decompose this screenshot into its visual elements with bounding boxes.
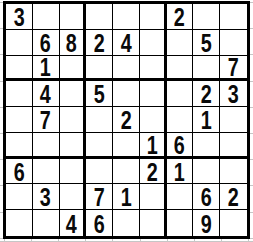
cell-r3c1[interactable] [6,56,33,82]
cell-r4c8[interactable]: 2 [193,81,220,107]
cell-r9c1[interactable] [6,210,33,236]
cell-r7c6[interactable]: 2 [140,159,167,185]
cell-r4c9[interactable]: 3 [220,81,247,107]
spreadsheet-gridline-stub [250,54,253,55]
given-digit: 9 [201,210,212,236]
spreadsheet-gridline-stub [250,28,253,29]
given-digit: 7 [228,56,239,81]
cell-r3c9[interactable]: 7 [220,56,247,82]
cell-r3c2[interactable]: 1 [33,56,60,82]
cell-r8c6[interactable] [140,184,167,210]
cell-r7c5[interactable] [113,159,140,185]
cell-r1c5[interactable] [113,4,140,30]
cell-r8c9[interactable]: 2 [220,184,247,210]
cell-r9c3[interactable]: 4 [60,210,87,236]
cell-r6c1[interactable] [6,133,33,159]
cell-r1c3[interactable] [60,4,87,30]
sudoku-screen: 32682451745237211662137162469 [0,0,253,242]
cell-r8c1[interactable] [6,184,33,210]
cell-r4c1[interactable] [6,81,33,107]
cell-r8c5[interactable]: 1 [113,184,140,210]
cell-r6c7[interactable]: 6 [167,133,194,159]
cell-r8c8[interactable]: 6 [193,184,220,210]
cell-r7c3[interactable] [60,159,87,185]
cell-r8c2[interactable]: 3 [33,184,60,210]
spreadsheet-gridline-stub [250,185,253,186]
cell-r5c2[interactable]: 7 [33,107,60,133]
given-digit: 3 [40,184,51,210]
cell-r7c8[interactable] [193,159,220,185]
given-digit: 1 [146,133,157,158]
given-digit: 4 [40,81,51,107]
given-digit: 2 [201,81,212,107]
cell-r5c8[interactable]: 1 [193,107,220,133]
cell-r2c2[interactable]: 6 [33,30,60,56]
cell-r4c4[interactable]: 5 [86,81,113,107]
cell-r7c2[interactable] [33,159,60,185]
cell-r5c1[interactable] [6,107,33,133]
cell-r3c6[interactable] [140,56,167,82]
cell-r6c8[interactable] [193,133,220,159]
given-digit: 6 [201,184,212,210]
given-digit: 5 [94,81,105,107]
given-digit: 1 [40,56,51,81]
cell-r6c6[interactable]: 1 [140,133,167,159]
given-digit: 3 [13,4,24,30]
cell-r9c9[interactable] [220,210,247,236]
cell-r3c8[interactable] [193,56,220,82]
given-digit: 4 [66,210,77,236]
cell-r2c6[interactable] [140,30,167,56]
cell-r6c9[interactable] [220,133,247,159]
given-digit: 6 [40,30,51,56]
given-digit: 5 [201,30,212,56]
spreadsheet-gridline-stub [250,81,253,82]
cell-r8c4[interactable]: 7 [86,184,113,210]
given-digit: 2 [228,184,239,210]
cell-r2c5[interactable]: 4 [113,30,140,56]
given-digit: 8 [66,30,77,56]
cell-r9c5[interactable] [113,210,140,236]
cell-r1c1[interactable]: 3 [6,4,33,30]
given-digit: 6 [13,159,24,185]
cell-r5c7[interactable] [167,107,194,133]
cell-r9c8[interactable]: 9 [193,210,220,236]
cell-r8c3[interactable] [60,184,87,210]
cell-r4c7[interactable] [167,81,194,107]
cell-r2c9[interactable] [220,30,247,56]
cell-r7c1[interactable]: 6 [6,159,33,185]
cell-r4c2[interactable]: 4 [33,81,60,107]
spreadsheet-gridline-stub [250,159,253,160]
given-digit: 3 [228,81,239,107]
spreadsheet-gridline-stub [250,212,253,213]
cell-r4c3[interactable] [60,81,87,107]
given-digit: 7 [40,107,51,133]
spreadsheet-gridline-stub [250,2,253,3]
cell-r5c6[interactable] [140,107,167,133]
cell-r1c6[interactable] [140,4,167,30]
cell-r2c3[interactable]: 8 [60,30,87,56]
cell-r3c5[interactable] [113,56,140,82]
cell-r1c2[interactable] [33,4,60,30]
cell-r4c6[interactable] [140,81,167,107]
given-digit: 1 [120,184,131,210]
cell-r3c7[interactable] [167,56,194,82]
cell-r5c3[interactable] [60,107,87,133]
given-digit: 2 [94,30,105,56]
cell-r5c5[interactable]: 2 [113,107,140,133]
cell-r9c7[interactable] [167,210,194,236]
given-digit: 1 [174,159,185,185]
cell-r2c7[interactable] [167,30,194,56]
cell-r6c4[interactable] [86,133,113,159]
cell-r3c3[interactable] [60,56,87,82]
cell-r1c9[interactable] [220,4,247,30]
spreadsheet-gridline-stub [250,107,253,108]
spreadsheet-gridline-stub [250,133,253,134]
cell-r7c4[interactable] [86,159,113,185]
cell-r9c6[interactable] [140,210,167,236]
cell-r8c7[interactable] [167,184,194,210]
given-digit: 6 [174,133,185,158]
cell-r2c8[interactable]: 5 [193,30,220,56]
given-digit: 6 [94,210,105,236]
cell-r1c8[interactable] [193,4,220,30]
cell-r9c2[interactable] [33,210,60,236]
given-digit: 7 [94,184,105,210]
cell-r6c2[interactable] [33,133,60,159]
cell-r1c4[interactable] [86,4,113,30]
sudoku-board: 32682451745237211662137162469 [3,1,250,239]
cell-r5c4[interactable] [86,107,113,133]
given-digit: 1 [201,107,212,133]
given-digit: 2 [120,107,131,133]
cell-r5c9[interactable] [220,107,247,133]
given-digit: 2 [174,4,185,30]
cell-r7c9[interactable] [220,159,247,185]
cell-r7c7[interactable]: 1 [167,159,194,185]
cell-r1c7[interactable]: 2 [167,4,194,30]
given-digit: 2 [146,159,157,185]
cell-r3c4[interactable] [86,56,113,82]
cell-r6c3[interactable] [60,133,87,159]
cell-r9c4[interactable]: 6 [86,210,113,236]
cell-r4c5[interactable] [113,81,140,107]
cell-r6c5[interactable] [113,133,140,159]
cell-r2c1[interactable] [6,30,33,56]
given-digit: 4 [120,30,131,56]
spreadsheet-gridline-stub [250,238,253,239]
cell-r2c4[interactable]: 2 [86,30,113,56]
